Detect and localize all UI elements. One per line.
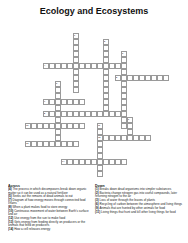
clue-text: Animals that are hunted by other animals…: [100, 206, 166, 209]
cell-number: 6: [56, 82, 57, 84]
clue-item: (12) Use energy from the sun to make foo…: [8, 216, 92, 219]
down-clue-list: (1) Breaks down dead organisms into simp…: [95, 188, 186, 214]
clue-text: Loss of water through the leaves of plan…: [100, 198, 156, 201]
cell-number: 5: [116, 76, 117, 78]
clue-text: Seeks out the remains of dead animals to…: [13, 195, 73, 198]
clue-text: When a plant makes food to store energy: [13, 205, 68, 208]
clue-text: How a cell releases energy: [14, 227, 50, 230]
clue-item: (10) Continuous movement of water betwee…: [8, 209, 92, 216]
clue-text: Diagram of how energy moves through conn…: [8, 198, 86, 204]
clue-text: Recycling of carbon between the atmosphe…: [100, 202, 183, 205]
across-clues-section: Across (4) The process in which decompos…: [8, 183, 92, 231]
clue-text: Continuous movement of water between Ear…: [8, 209, 89, 215]
clue-item: (8) When a plant makes food to store ene…: [8, 205, 92, 208]
cell-number: 7: [44, 100, 45, 102]
clue-text: Use energy from the sun to make food: [14, 216, 65, 219]
clue-item: (1) Breaks down dead organisms into simp…: [95, 188, 186, 191]
page-title: Ecology and Ecosystems: [0, 6, 188, 16]
across-clue-list: (4) The process in which decomposers bre…: [8, 188, 92, 231]
crossword-page: { "game": "crossword", "title": "Ecology…: [0, 0, 188, 243]
clue-item: (5) Seeks out the remains of dead animal…: [8, 195, 92, 198]
down-clues-section: Down (1) Breaks down dead organisms into…: [95, 183, 186, 214]
clue-text: Gets energy from feeding directly on pro…: [8, 220, 85, 226]
clue-item: (6) Recycling of carbon between the atmo…: [95, 202, 186, 205]
crossword-grid: 1234567891011121314: [13, 33, 175, 177]
clue-item: (13) Gets energy from feeding directly o…: [8, 220, 92, 227]
clue-item: (11) Living things that hunt and kill ot…: [95, 210, 186, 213]
blocked-cell: [169, 171, 175, 177]
cell-number: 1: [74, 34, 75, 36]
cell-number: 3: [122, 52, 123, 54]
cell-number: 14: [62, 160, 64, 162]
clue-item: (3) Loss of water through the leaves of …: [95, 198, 186, 201]
cell-number: 13: [26, 142, 28, 144]
cell-number: 12: [98, 136, 100, 138]
clue-item: (14) How a cell releases energy: [8, 227, 92, 230]
clue-text: Breaks down dead organisms into simpler …: [100, 188, 172, 191]
cell-number: 11: [98, 124, 100, 126]
clue-item: (9) Animals that are hunted by other ani…: [95, 206, 186, 209]
cell-number: 4: [44, 64, 45, 66]
cell-number: 2: [104, 40, 105, 42]
clue-item: (4) The process in which decomposers bre…: [8, 188, 92, 195]
cell-number: 8: [44, 112, 45, 114]
clue-item: (2) Bacteria change nitrogen gas into us…: [95, 191, 186, 198]
clue-text: The process in which decomposers break d…: [8, 188, 87, 194]
clue-text: Living things that hunt and kill other l…: [101, 210, 176, 213]
clue-item: (7) Diagram of how energy moves through …: [8, 198, 92, 205]
cell-number: 10: [26, 124, 28, 126]
cell-number: 9: [128, 118, 129, 120]
clue-text: Bacteria change nitrogen gas into useful…: [95, 191, 177, 197]
